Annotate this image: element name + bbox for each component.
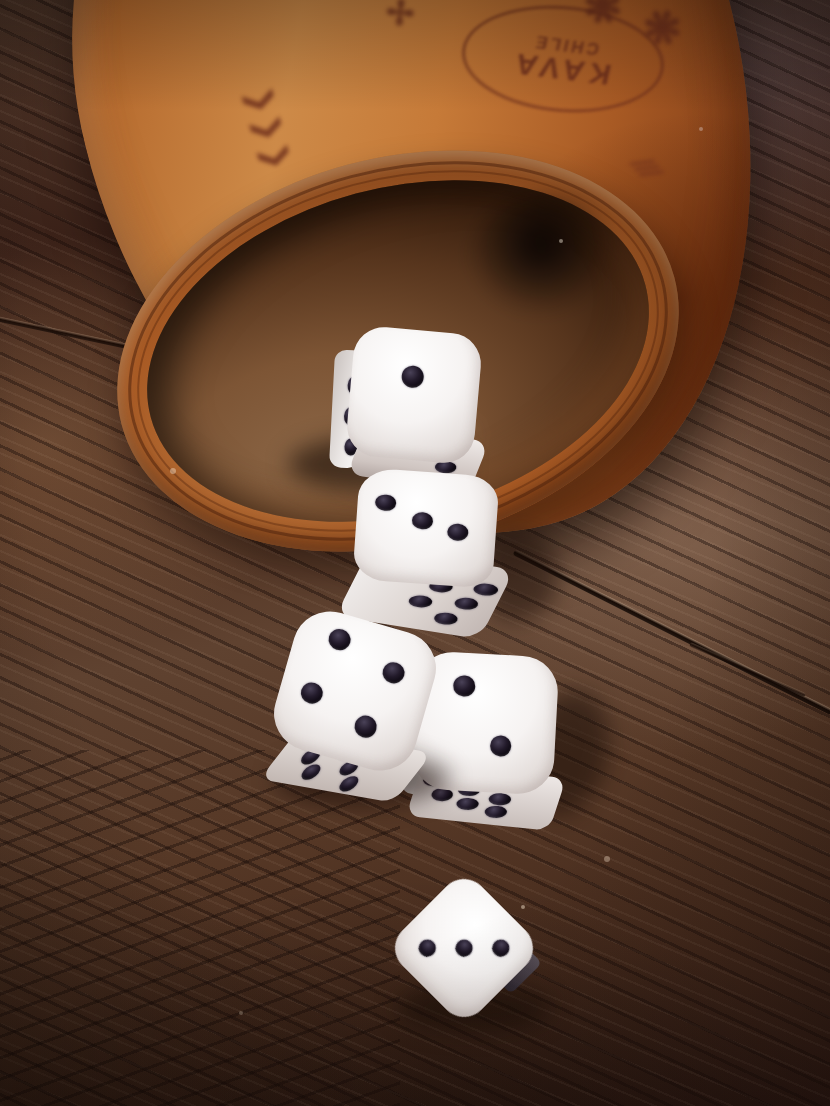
die-pip <box>297 763 323 781</box>
die-pip <box>411 512 433 530</box>
die-pip <box>375 494 397 512</box>
die-pip <box>452 936 476 960</box>
dust-specks <box>0 0 2 2</box>
die2-face-top-value-3 <box>352 467 499 588</box>
die2-showing-3 <box>344 470 508 638</box>
die-pip <box>490 735 512 757</box>
photo-dice-cup-scene: KAVA CHILE ❋ ❋❮❮❮✢∕∕∕ <box>0 0 830 1106</box>
die-pip <box>380 659 407 686</box>
die-pip <box>447 523 469 541</box>
die-pip <box>326 626 353 653</box>
cup-stamp-motif: ∕∕∕ <box>627 148 667 186</box>
die-pip <box>416 936 440 960</box>
die-pip <box>298 680 325 707</box>
die-pip <box>401 365 425 389</box>
die-pip <box>489 936 513 960</box>
die1-face-main-value-1 <box>345 325 484 466</box>
die1-showing-1 <box>322 318 484 490</box>
die-pip <box>353 713 380 740</box>
die-pip <box>452 597 481 612</box>
die-pip <box>453 675 475 697</box>
cup-stamp-motif: ❮❮❮ <box>235 81 291 175</box>
die-pip <box>406 594 435 609</box>
cup-stamp-motif: ✢ <box>384 0 416 33</box>
die-pip <box>455 797 480 811</box>
die-pip <box>483 805 508 819</box>
die3-showing-4 <box>268 614 444 800</box>
cup-stamp-text-primary: KAVA <box>507 48 614 90</box>
die-pip <box>336 775 362 793</box>
die5-showing-3 <box>380 854 548 1022</box>
die-pip <box>487 792 512 806</box>
